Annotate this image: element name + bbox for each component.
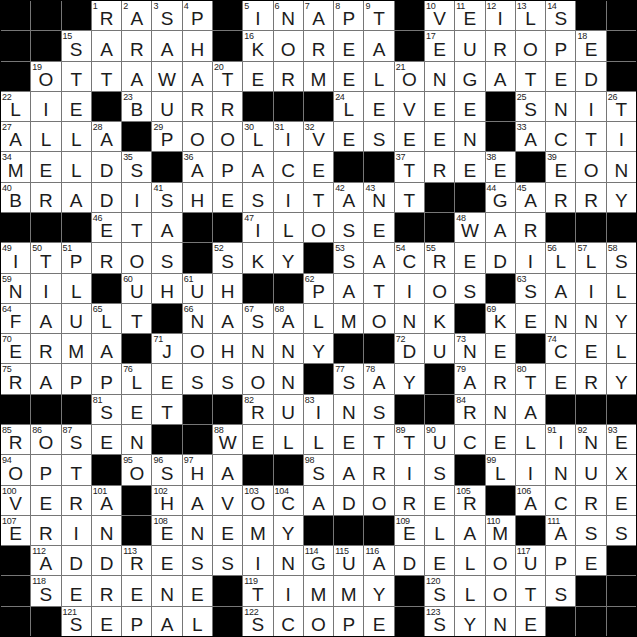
letter-cell[interactable]: I (62, 516, 91, 545)
letter-cell[interactable]: 108E (152, 516, 181, 545)
letter-cell[interactable]: 87S (62, 425, 91, 454)
letter-cell[interactable]: 35S (122, 152, 151, 181)
letter-cell[interactable]: A (31, 364, 60, 393)
letter-cell[interactable]: E (183, 576, 212, 605)
letter-cell[interactable]: 112A (31, 546, 60, 575)
letter-cell[interactable]: R (122, 31, 151, 60)
letter-cell[interactable]: 88W (213, 425, 242, 454)
letter-cell[interactable]: S (183, 546, 212, 575)
letter-cell[interactable]: 79A (455, 364, 484, 393)
letter-cell[interactable]: M (304, 576, 333, 605)
letter-cell[interactable]: C (546, 486, 575, 515)
letter-cell[interactable]: 99L (486, 455, 515, 484)
letter-cell[interactable]: 32V (304, 122, 333, 151)
letter-cell[interactable]: E (364, 92, 393, 121)
letter-cell[interactable]: E (425, 122, 454, 151)
letter-cell[interactable]: 71J (152, 334, 181, 363)
letter-cell[interactable]: A (455, 516, 484, 545)
letter-cell[interactable]: N (546, 304, 575, 333)
letter-cell[interactable]: 41S (152, 183, 181, 212)
letter-cell[interactable]: 57L (576, 243, 605, 272)
letter-cell[interactable]: 47I (243, 213, 272, 242)
letter-cell[interactable]: L (516, 425, 545, 454)
letter-cell[interactable]: Y (395, 364, 424, 393)
letter-cell[interactable]: 60U (122, 274, 151, 303)
letter-cell[interactable]: 6N (274, 1, 303, 30)
letter-cell[interactable]: U (455, 31, 484, 60)
letter-cell[interactable]: 63S (516, 274, 545, 303)
letter-cell[interactable]: N (455, 122, 484, 151)
letter-cell[interactable]: 95O (122, 455, 151, 484)
letter-cell[interactable]: 66N (183, 304, 212, 333)
letter-cell[interactable]: 74C (546, 334, 575, 363)
letter-cell[interactable]: R (425, 152, 454, 181)
letter-cell[interactable]: 44G (486, 183, 515, 212)
letter-cell[interactable]: R (31, 334, 60, 363)
letter-cell[interactable]: Y (607, 183, 636, 212)
letter-cell[interactable]: 118S (31, 576, 60, 605)
letter-cell[interactable]: 122S (243, 607, 272, 636)
letter-cell[interactable]: E (516, 304, 545, 333)
letter-cell[interactable]: I (516, 455, 545, 484)
letter-cell[interactable]: 53S (334, 243, 363, 272)
letter-cell[interactable]: 121S (62, 607, 91, 636)
letter-cell[interactable]: N (486, 607, 515, 636)
letter-cell[interactable]: Y (364, 576, 393, 605)
letter-cell[interactable]: 84R (455, 395, 484, 424)
letter-cell[interactable]: E (152, 364, 181, 393)
letter-cell[interactable]: 20T (213, 62, 242, 91)
letter-cell[interactable]: 82R (243, 395, 272, 424)
letter-cell[interactable]: E (425, 486, 454, 515)
letter-cell[interactable]: L (183, 607, 212, 636)
letter-cell[interactable]: 9T (364, 1, 393, 30)
letter-cell[interactable]: 111A (546, 516, 575, 545)
letter-cell[interactable]: E (334, 122, 363, 151)
letter-cell[interactable]: 39E (546, 152, 575, 181)
letter-cell[interactable]: N (274, 334, 303, 363)
letter-cell[interactable]: A (152, 607, 181, 636)
letter-cell[interactable]: E (31, 486, 60, 515)
letter-cell[interactable]: 92N (576, 425, 605, 454)
letter-cell[interactable]: 42A (334, 183, 363, 212)
letter-cell[interactable]: S (152, 243, 181, 272)
letter-cell[interactable]: R (62, 486, 91, 515)
letter-cell[interactable]: A (304, 486, 333, 515)
letter-cell[interactable]: N (486, 395, 515, 424)
letter-cell[interactable]: 86O (31, 425, 60, 454)
letter-cell[interactable]: I (516, 243, 545, 272)
letter-cell[interactable]: R (486, 364, 515, 393)
letter-cell[interactable]: 101A (92, 486, 121, 515)
letter-cell[interactable]: 11E (455, 1, 484, 30)
letter-cell[interactable]: S (455, 274, 484, 303)
letter-cell[interactable]: C (546, 122, 575, 151)
letter-cell[interactable]: 78A (364, 364, 393, 393)
letter-cell[interactable]: A (364, 31, 393, 60)
letter-cell[interactable]: 103O (243, 486, 272, 515)
letter-cell[interactable]: 107E (1, 516, 30, 545)
letter-cell[interactable]: A (516, 395, 545, 424)
letter-cell[interactable]: A (62, 183, 91, 212)
letter-cell[interactable]: 40B (1, 183, 30, 212)
letter-cell[interactable]: N (274, 546, 303, 575)
letter-cell[interactable]: E (455, 152, 484, 181)
letter-cell[interactable]: Y (274, 243, 303, 272)
letter-cell[interactable]: I (31, 92, 60, 121)
letter-cell[interactable]: 106A (516, 486, 545, 515)
letter-cell[interactable]: N (183, 516, 212, 545)
letter-cell[interactable]: N (425, 62, 454, 91)
letter-cell[interactable]: R (576, 486, 605, 515)
letter-cell[interactable]: O (274, 31, 303, 60)
letter-cell[interactable]: S (183, 364, 212, 393)
letter-cell[interactable]: 90U (425, 425, 454, 454)
letter-cell[interactable]: 3S (152, 1, 181, 30)
letter-cell[interactable]: E (486, 334, 515, 363)
letter-cell[interactable]: 72D (395, 334, 424, 363)
letter-cell[interactable]: 115U (334, 546, 363, 575)
letter-cell[interactable]: 30L (243, 122, 272, 151)
letter-cell[interactable]: D (62, 546, 91, 575)
letter-cell[interactable]: 7A (304, 1, 333, 30)
letter-cell[interactable]: 98S (304, 455, 333, 484)
letter-cell[interactable]: E (213, 516, 242, 545)
letter-cell[interactable]: N (92, 516, 121, 545)
letter-cell[interactable]: 27A (1, 122, 30, 151)
letter-cell[interactable]: 33A (516, 122, 545, 151)
letter-cell[interactable]: A (213, 455, 242, 484)
letter-cell[interactable]: 45A (516, 183, 545, 212)
letter-cell[interactable]: R (31, 183, 60, 212)
letter-cell[interactable]: 12I (486, 1, 515, 30)
letter-cell[interactable]: P (31, 455, 60, 484)
letter-cell[interactable]: L (274, 425, 303, 454)
letter-cell[interactable]: 117U (516, 546, 545, 575)
letter-cell[interactable]: R (546, 183, 575, 212)
letter-cell[interactable]: S (425, 455, 454, 484)
letter-cell[interactable]: 100V (1, 486, 30, 515)
letter-cell[interactable]: 67S (243, 304, 272, 333)
letter-cell[interactable]: 28A (92, 122, 121, 151)
letter-cell[interactable]: 5I (243, 1, 272, 30)
letter-cell[interactable]: 85R (1, 425, 30, 454)
letter-cell[interactable]: 104C (274, 486, 303, 515)
letter-cell[interactable]: N (122, 425, 151, 454)
letter-cell[interactable]: O (213, 122, 242, 151)
letter-cell[interactable]: E (243, 425, 272, 454)
letter-cell[interactable]: S (576, 516, 605, 545)
letter-cell[interactable]: 49I (1, 243, 30, 272)
letter-cell[interactable]: P (334, 607, 363, 636)
letter-cell[interactable]: 120S (425, 576, 454, 605)
letter-cell[interactable]: A (122, 62, 151, 91)
letter-cell[interactable]: I (607, 122, 636, 151)
letter-cell[interactable]: R (395, 486, 424, 515)
letter-cell[interactable]: D (486, 243, 515, 272)
letter-cell[interactable]: A (486, 213, 515, 242)
letter-cell[interactable]: S (607, 516, 636, 545)
letter-cell[interactable]: O (576, 152, 605, 181)
letter-cell[interactable]: N (334, 395, 363, 424)
letter-cell[interactable]: 4P (183, 1, 212, 30)
letter-cell[interactable]: E (576, 334, 605, 363)
letter-cell[interactable]: 2A (122, 1, 151, 30)
letter-cell[interactable]: 114G (304, 546, 333, 575)
letter-cell[interactable]: S (243, 183, 272, 212)
letter-cell[interactable]: T (62, 62, 91, 91)
letter-cell[interactable]: 1R (92, 1, 121, 30)
letter-cell[interactable]: E (395, 122, 424, 151)
letter-cell[interactable]: 116A (364, 546, 393, 575)
letter-cell[interactable]: D (92, 183, 121, 212)
letter-cell[interactable]: A (334, 455, 363, 484)
letter-cell[interactable]: P (122, 607, 151, 636)
letter-cell[interactable]: E (213, 183, 242, 212)
letter-cell[interactable]: N (395, 304, 424, 333)
letter-cell[interactable]: A (92, 31, 121, 60)
letter-cell[interactable]: A (364, 243, 393, 272)
letter-cell[interactable]: Y (607, 304, 636, 333)
letter-cell[interactable]: R (304, 31, 333, 60)
letter-cell[interactable]: N (546, 92, 575, 121)
letter-cell[interactable]: 75R (1, 364, 30, 393)
letter-cell[interactable]: T (152, 395, 181, 424)
letter-cell[interactable]: P (546, 31, 575, 60)
letter-cell[interactable]: 59N (1, 274, 30, 303)
letter-cell[interactable]: D (395, 546, 424, 575)
letter-cell[interactable]: M (334, 304, 363, 333)
letter-cell[interactable]: G (455, 62, 484, 91)
letter-cell[interactable]: D (334, 486, 363, 515)
letter-cell[interactable]: N (152, 576, 181, 605)
letter-cell[interactable]: R (576, 183, 605, 212)
letter-cell[interactable]: 83I (304, 395, 333, 424)
letter-cell[interactable]: R (516, 213, 545, 242)
letter-cell[interactable]: E (455, 92, 484, 121)
letter-cell[interactable]: K (243, 243, 272, 272)
letter-cell[interactable]: 23B (122, 92, 151, 121)
letter-cell[interactable]: M (334, 576, 363, 605)
letter-cell[interactable]: L (62, 274, 91, 303)
letter-cell[interactable]: L (607, 334, 636, 363)
letter-cell[interactable]: 94O (1, 455, 30, 484)
letter-cell[interactable]: T (122, 213, 151, 242)
letter-cell[interactable]: 68A (274, 304, 303, 333)
letter-cell[interactable]: A (183, 486, 212, 515)
letter-cell[interactable]: O (243, 364, 272, 393)
letter-cell[interactable]: 110M (486, 516, 515, 545)
letter-cell[interactable]: H (213, 334, 242, 363)
letter-cell[interactable]: N (274, 364, 303, 393)
letter-cell[interactable]: 62P (304, 274, 333, 303)
letter-cell[interactable]: R (213, 92, 242, 121)
letter-cell[interactable]: E (516, 607, 545, 636)
letter-cell[interactable]: M (243, 516, 272, 545)
letter-cell[interactable]: 18E (576, 31, 605, 60)
letter-cell[interactable]: 76L (122, 364, 151, 393)
letter-cell[interactable]: H (152, 274, 181, 303)
letter-cell[interactable]: Y (274, 516, 303, 545)
letter-cell[interactable]: 55R (425, 243, 454, 272)
letter-cell[interactable]: S (546, 576, 575, 605)
letter-cell[interactable]: 17E (425, 31, 454, 60)
letter-cell[interactable]: E (92, 425, 121, 454)
letter-cell[interactable]: D (576, 62, 605, 91)
letter-cell[interactable]: O (364, 486, 393, 515)
letter-cell[interactable]: T (62, 455, 91, 484)
letter-cell[interactable]: S (213, 546, 242, 575)
letter-cell[interactable]: I (395, 455, 424, 484)
letter-cell[interactable]: R (364, 455, 393, 484)
letter-cell[interactable]: L (274, 213, 303, 242)
letter-cell[interactable]: U (152, 92, 181, 121)
letter-cell[interactable]: T (304, 183, 333, 212)
letter-cell[interactable]: Y (455, 607, 484, 636)
letter-cell[interactable]: E (92, 607, 121, 636)
letter-cell[interactable]: R (486, 31, 515, 60)
letter-cell[interactable]: A (486, 62, 515, 91)
letter-cell[interactable]: A (31, 304, 60, 333)
letter-cell[interactable]: I (243, 546, 272, 575)
letter-cell[interactable]: 43N (364, 183, 393, 212)
letter-cell[interactable]: E (546, 62, 575, 91)
letter-cell[interactable]: O (304, 607, 333, 636)
letter-cell[interactable]: D (92, 546, 121, 575)
letter-cell[interactable]: 97H (183, 455, 212, 484)
letter-cell[interactable]: 109E (395, 516, 424, 545)
letter-cell[interactable]: L (62, 152, 91, 181)
letter-cell[interactable]: P (213, 152, 242, 181)
letter-cell[interactable]: I (576, 92, 605, 121)
letter-cell[interactable]: H (183, 183, 212, 212)
letter-cell[interactable]: E (546, 364, 575, 393)
letter-cell[interactable]: R (274, 62, 303, 91)
letter-cell[interactable]: E (243, 62, 272, 91)
letter-cell[interactable]: H (213, 274, 242, 303)
letter-cell[interactable]: E (152, 546, 181, 575)
letter-cell[interactable]: S (364, 395, 393, 424)
letter-cell[interactable]: T (516, 576, 545, 605)
letter-cell[interactable]: O (304, 213, 333, 242)
letter-cell[interactable]: 91I (546, 425, 575, 454)
letter-cell[interactable]: L (455, 546, 484, 575)
letter-cell[interactable]: A (213, 304, 242, 333)
letter-cell[interactable]: 105R (455, 486, 484, 515)
letter-cell[interactable]: O (183, 334, 212, 363)
letter-cell[interactable]: E (364, 607, 393, 636)
letter-cell[interactable]: K (425, 304, 454, 333)
letter-cell[interactable]: A (546, 274, 575, 303)
letter-cell[interactable]: I (122, 183, 151, 212)
letter-cell[interactable]: L (425, 516, 454, 545)
letter-cell[interactable]: I (576, 274, 605, 303)
letter-cell[interactable]: 15S (62, 31, 91, 60)
letter-cell[interactable]: A (92, 334, 121, 363)
letter-cell[interactable]: 64F (1, 304, 30, 333)
letter-cell[interactable]: L (304, 425, 333, 454)
letter-cell[interactable]: O (486, 546, 515, 575)
letter-cell[interactable]: 119T (243, 576, 272, 605)
letter-cell[interactable]: 19O (31, 62, 60, 91)
letter-cell[interactable]: T (576, 122, 605, 151)
letter-cell[interactable]: A (334, 274, 363, 303)
letter-cell[interactable]: E (486, 425, 515, 454)
letter-cell[interactable]: S (213, 364, 242, 393)
letter-cell[interactable]: 48W (455, 213, 484, 242)
letter-cell[interactable]: 38E (486, 152, 515, 181)
letter-cell[interactable]: Y (607, 364, 636, 393)
letter-cell[interactable]: N (576, 304, 605, 333)
letter-cell[interactable]: R (92, 576, 121, 605)
letter-cell[interactable]: T (395, 183, 424, 212)
letter-cell[interactable]: 70E (1, 334, 30, 363)
letter-cell[interactable]: 25S (516, 92, 545, 121)
letter-cell[interactable]: 54C (395, 243, 424, 272)
letter-cell[interactable]: O (122, 243, 151, 272)
letter-cell[interactable]: 65L (92, 304, 121, 333)
letter-cell[interactable]: 77S (334, 364, 363, 393)
letter-cell[interactable]: N (607, 152, 636, 181)
letter-cell[interactable]: I (31, 274, 60, 303)
letter-cell[interactable]: 73N (455, 334, 484, 363)
letter-cell[interactable]: 50T (31, 243, 60, 272)
letter-cell[interactable]: E (425, 546, 454, 575)
letter-cell[interactable]: C (455, 425, 484, 454)
letter-cell[interactable]: N (243, 334, 272, 363)
letter-cell[interactable]: C (274, 607, 303, 636)
letter-cell[interactable]: E (607, 486, 636, 515)
letter-cell[interactable]: I (395, 274, 424, 303)
letter-cell[interactable]: E (425, 92, 454, 121)
letter-cell[interactable]: E (455, 243, 484, 272)
letter-cell[interactable]: R (183, 92, 212, 121)
letter-cell[interactable]: 80T (516, 364, 545, 393)
letter-cell[interactable]: 24L (334, 92, 363, 121)
letter-cell[interactable]: 29P (152, 122, 181, 151)
letter-cell[interactable]: E (334, 425, 363, 454)
letter-cell[interactable]: E (122, 395, 151, 424)
letter-cell[interactable]: A (152, 213, 181, 242)
letter-cell[interactable]: I (274, 576, 303, 605)
letter-cell[interactable]: R (31, 516, 60, 545)
letter-cell[interactable]: 58S (607, 243, 636, 272)
letter-cell[interactable]: 102H (152, 486, 181, 515)
letter-cell[interactable]: 31I (274, 122, 303, 151)
letter-cell[interactable]: E (334, 31, 363, 60)
letter-cell[interactable]: A (152, 31, 181, 60)
letter-cell[interactable]: L (62, 122, 91, 151)
letter-cell[interactable]: W (152, 62, 181, 91)
letter-cell[interactable]: 14S (546, 1, 575, 30)
letter-cell[interactable]: 96S (152, 455, 181, 484)
letter-cell[interactable]: E (62, 576, 91, 605)
letter-cell[interactable]: E (334, 62, 363, 91)
letter-cell[interactable]: E (31, 152, 60, 181)
letter-cell[interactable]: A (183, 62, 212, 91)
letter-cell[interactable]: Y (304, 334, 333, 363)
letter-cell[interactable]: 81S (92, 395, 121, 424)
letter-cell[interactable]: E (364, 213, 393, 242)
letter-cell[interactable]: 113R (122, 546, 151, 575)
letter-cell[interactable]: R (92, 243, 121, 272)
letter-cell[interactable]: D (92, 152, 121, 181)
letter-cell[interactable]: 52S (213, 243, 242, 272)
letter-cell[interactable]: M (62, 334, 91, 363)
letter-cell[interactable]: 37T (395, 152, 424, 181)
letter-cell[interactable]: 36A (183, 152, 212, 181)
letter-cell[interactable]: L (31, 122, 60, 151)
